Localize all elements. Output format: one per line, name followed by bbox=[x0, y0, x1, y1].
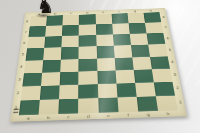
square-c8[interactable] bbox=[63, 15, 80, 26]
file-label-c: c bbox=[58, 113, 78, 120]
chess-board[interactable]: abcdefgh abcdefgh 87654321 87654321 bbox=[10, 8, 187, 122]
square-g3[interactable] bbox=[133, 69, 153, 83]
square-d5[interactable] bbox=[79, 46, 97, 58]
square-e3[interactable] bbox=[97, 70, 116, 84]
square-e5[interactable] bbox=[96, 46, 114, 58]
square-g7[interactable] bbox=[128, 23, 146, 34]
square-d1[interactable] bbox=[78, 98, 98, 113]
square-f2[interactable] bbox=[116, 83, 136, 98]
square-d2[interactable] bbox=[79, 84, 98, 99]
square-d7[interactable] bbox=[79, 24, 96, 35]
square-h6[interactable] bbox=[146, 33, 165, 45]
square-b4[interactable] bbox=[42, 59, 61, 72]
square-c7[interactable] bbox=[62, 25, 79, 36]
board-grid bbox=[19, 12, 178, 115]
file-label-e: e bbox=[98, 112, 118, 119]
square-e2[interactable] bbox=[97, 83, 117, 98]
square-c3[interactable] bbox=[60, 71, 79, 85]
square-c4[interactable] bbox=[60, 59, 78, 72]
file-label-f: f bbox=[118, 112, 139, 119]
square-e7[interactable] bbox=[96, 24, 113, 35]
square-h1[interactable] bbox=[156, 96, 178, 111]
square-a1[interactable] bbox=[19, 100, 40, 116]
square-a2[interactable] bbox=[21, 86, 41, 101]
square-h2[interactable] bbox=[154, 82, 175, 97]
square-d3[interactable] bbox=[79, 71, 98, 85]
square-b6[interactable] bbox=[44, 36, 62, 48]
square-b5[interactable] bbox=[43, 48, 61, 60]
square-e4[interactable] bbox=[97, 58, 116, 71]
square-f7[interactable] bbox=[112, 23, 130, 34]
square-g2[interactable] bbox=[135, 82, 156, 97]
maker-stamp-icon bbox=[12, 107, 20, 115]
square-g1[interactable] bbox=[136, 96, 157, 111]
file-label-h: h bbox=[158, 110, 179, 117]
board-border: abcdefgh abcdefgh 87654321 87654321 bbox=[10, 8, 187, 122]
photo-scene: abcdefgh abcdefgh 87654321 87654321 ♞ bbox=[0, 0, 200, 133]
square-c2[interactable] bbox=[59, 85, 78, 100]
square-c6[interactable] bbox=[62, 36, 79, 48]
square-a6[interactable] bbox=[27, 37, 45, 49]
square-h3[interactable] bbox=[152, 69, 173, 83]
square-f8[interactable] bbox=[111, 13, 128, 24]
square-f1[interactable] bbox=[117, 97, 138, 112]
square-b2[interactable] bbox=[40, 85, 60, 100]
square-f4[interactable] bbox=[114, 57, 133, 70]
square-h4[interactable] bbox=[150, 56, 170, 69]
square-b1[interactable] bbox=[39, 99, 60, 114]
square-g6[interactable] bbox=[130, 34, 149, 46]
file-label-b: b bbox=[38, 114, 58, 121]
square-a4[interactable] bbox=[24, 60, 43, 73]
square-b3[interactable] bbox=[41, 72, 60, 86]
square-b7[interactable] bbox=[45, 25, 62, 36]
square-f5[interactable] bbox=[114, 45, 133, 57]
square-d8[interactable] bbox=[79, 14, 95, 25]
square-d4[interactable] bbox=[79, 58, 97, 71]
square-g4[interactable] bbox=[132, 57, 152, 70]
square-f6[interactable] bbox=[113, 34, 131, 46]
square-h5[interactable] bbox=[148, 44, 168, 56]
square-a5[interactable] bbox=[26, 48, 45, 60]
square-e6[interactable] bbox=[96, 35, 114, 47]
square-g5[interactable] bbox=[131, 45, 150, 57]
square-a7[interactable] bbox=[28, 26, 46, 37]
square-f3[interactable] bbox=[115, 70, 135, 84]
square-g8[interactable] bbox=[127, 13, 145, 24]
black-knight-piece[interactable]: ♞ bbox=[37, 0, 54, 16]
square-e8[interactable] bbox=[95, 14, 112, 25]
square-c1[interactable] bbox=[59, 99, 79, 114]
file-label-a: a bbox=[18, 115, 39, 122]
square-h8[interactable] bbox=[143, 12, 161, 23]
square-h7[interactable] bbox=[145, 22, 163, 33]
file-label-g: g bbox=[138, 111, 159, 118]
square-c5[interactable] bbox=[61, 47, 79, 59]
square-a3[interactable] bbox=[22, 73, 42, 87]
square-e1[interactable] bbox=[98, 97, 118, 112]
file-label-d: d bbox=[78, 113, 98, 120]
square-d6[interactable] bbox=[79, 35, 96, 47]
